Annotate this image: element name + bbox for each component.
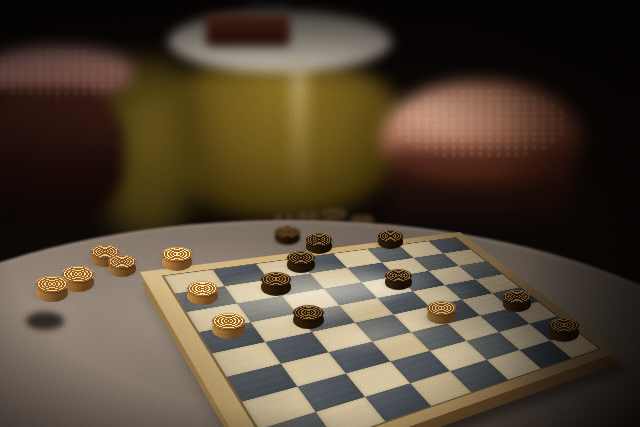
piece-shadow — [30, 287, 72, 301]
checker-piece-dark: ⛂ — [296, 211, 320, 230]
board-cell — [411, 323, 466, 350]
board-cell — [312, 323, 372, 352]
rear-table-top — [168, 10, 392, 72]
board-cell — [396, 271, 444, 291]
board-cell — [269, 273, 324, 296]
piece-top-rings — [287, 251, 315, 264]
board-cell — [333, 249, 381, 267]
board-cell — [237, 296, 297, 322]
piece-shadow — [282, 260, 319, 273]
board-cell — [339, 298, 394, 323]
board-cell — [377, 291, 429, 314]
board-shading-overlay — [140, 232, 618, 427]
board-shadow — [150, 250, 628, 427]
piece-side — [187, 287, 218, 306]
piece-shadow — [421, 311, 459, 324]
board-cell — [458, 261, 502, 279]
piece-shadow — [498, 299, 535, 312]
board-cell — [519, 341, 571, 369]
piece-shadow — [346, 222, 378, 233]
board-cell — [466, 332, 519, 360]
rear-table-base — [150, 58, 405, 218]
board-cell — [399, 241, 443, 257]
board-highlight-overlay — [140, 232, 618, 427]
light-streak — [290, 62, 308, 197]
board-cell — [355, 314, 411, 341]
piece-side — [91, 250, 119, 267]
piece-top-rings — [187, 281, 218, 296]
piece-shadow — [287, 315, 328, 329]
board-edge-thickness — [141, 243, 619, 427]
piece-shadow — [544, 328, 584, 341]
board-cell — [242, 387, 315, 427]
board-cell — [462, 293, 510, 315]
foreground-round-table — [0, 220, 640, 427]
board-cell: ⛀ — [175, 286, 237, 312]
board-cell — [475, 274, 520, 293]
film-grain-overlay — [0, 0, 640, 427]
piece-shadow — [301, 242, 335, 254]
piece-top-rings — [36, 276, 68, 291]
piece-top-rings — [350, 215, 374, 227]
checker-piece-light: ⛀ — [91, 245, 119, 267]
checker-piece-dark: ⛂ — [378, 230, 403, 250]
board-cell — [394, 307, 447, 332]
piece-side — [427, 307, 456, 325]
piece-shadow — [316, 217, 350, 229]
checker-piece-light: ⛀ — [108, 255, 136, 277]
board-cell — [390, 351, 450, 383]
piece-top-rings — [274, 214, 294, 224]
board-cell — [297, 374, 365, 412]
checker-piece-dark: ⛂ — [293, 305, 324, 330]
piece-shadow — [380, 278, 416, 290]
checker-piece-dark: ⛂ — [306, 233, 332, 254]
checker-piece-dark: ⛂ — [503, 290, 531, 312]
piece-top-rings — [108, 255, 136, 268]
board-grid: ⛀⛂⛂⛂⛀⛂⛀⛂⛂⛀⛂⛂ — [164, 238, 599, 427]
board-wear-texture — [164, 238, 599, 427]
piece-side — [350, 219, 374, 234]
piece-top-rings — [385, 269, 412, 282]
board-cell — [447, 315, 499, 341]
background-blue-glow — [246, 0, 288, 18]
piece-top-rings — [212, 313, 245, 329]
piece-side — [162, 253, 192, 271]
piece-shadow — [292, 218, 324, 229]
board-cell — [212, 264, 268, 286]
vignette-overlay — [0, 0, 640, 427]
table-shadow-smudge — [26, 312, 64, 330]
board-cell — [250, 313, 312, 342]
piece-shadow — [181, 291, 222, 305]
board-cell: ⛂ — [256, 259, 309, 280]
board-cell — [199, 322, 265, 353]
board-cell — [372, 332, 430, 362]
piece-top-rings — [91, 245, 119, 258]
piece-top-rings — [503, 290, 531, 303]
piece-shadow — [86, 254, 123, 267]
board-cell: ⛂ — [492, 287, 538, 308]
checker-piece-dark: ⛂ — [350, 215, 374, 234]
checker-piece-light: ⛀ — [187, 281, 218, 306]
checker-piece-light: ⛀ — [36, 276, 68, 302]
piece-side — [212, 319, 245, 339]
gold-ambient-patch — [92, 55, 202, 240]
piece-shadow — [56, 277, 98, 291]
lounge-photo-scene: ⛀⛂⛂⛂⛀⛂⛀⛂⛂⛀⛂⛂ ⛂⛂⛂⛂⛂⛂⛂⛀⛀⛂⛀⛀⛂⛂⛀⛀⛂⛀⛂⛀⛂ — [0, 0, 640, 427]
table-light-hotspot — [95, 238, 375, 373]
board-cell — [430, 341, 486, 371]
piece-top-rings — [162, 247, 192, 261]
left-pouf — [0, 46, 134, 98]
board-cell — [296, 305, 354, 332]
board-cell: ⛂ — [296, 254, 347, 273]
piece-top-rings — [321, 208, 347, 220]
checker-piece-dark: ⛂ — [274, 214, 294, 230]
board-cell: ⛂ — [224, 279, 282, 303]
board-cell — [550, 332, 599, 358]
left-pouf-shadow — [0, 88, 124, 218]
board-cell — [226, 364, 296, 402]
checker-piece-dark: ⛂ — [549, 318, 579, 342]
board-cell — [365, 383, 431, 422]
piece-side — [503, 295, 531, 312]
checker-piece-light: ⛀ — [212, 313, 245, 339]
board-cell — [443, 249, 486, 266]
piece-top-rings — [549, 318, 579, 332]
red-box-on-rear-table — [206, 14, 290, 46]
board-cell — [328, 342, 390, 374]
piece-shadow — [270, 220, 296, 229]
board-cell — [346, 362, 410, 397]
board-cell — [410, 371, 472, 406]
piece-shadow — [157, 257, 197, 270]
board-cell — [412, 285, 461, 307]
board-cell: ⛂ — [282, 289, 338, 314]
board-cell: ⛀ — [164, 270, 224, 294]
piece-side — [108, 260, 136, 277]
left-pouf-knit-texture — [0, 48, 122, 100]
right-pouf-knit-texture — [395, 88, 570, 160]
board-cell: ⛂ — [529, 316, 577, 340]
piece-top-rings — [306, 233, 332, 245]
piece-side — [385, 274, 412, 290]
board-cell — [259, 412, 335, 427]
piece-side — [261, 278, 291, 296]
piece-side — [296, 215, 320, 230]
checker-piece-light: ⛀ — [427, 301, 456, 324]
board-cell — [510, 301, 557, 323]
right-pouf — [380, 80, 585, 180]
checker-piece-dark: ⛂ — [287, 251, 315, 273]
board-cell — [486, 350, 541, 380]
board-cell: ⛂ — [362, 276, 413, 297]
checker-piece-light: ⛀ — [162, 247, 192, 271]
board-cell — [429, 266, 475, 285]
piece-shadow — [373, 238, 406, 249]
piece-side — [36, 283, 68, 302]
piece-shadow — [256, 282, 296, 295]
piece-side — [549, 324, 579, 342]
piece-top-rings — [261, 272, 291, 286]
checker-piece-dark: ⛂ — [275, 226, 300, 246]
piece-side — [321, 213, 347, 229]
board-cell: ⛂ — [367, 245, 413, 262]
piece-top-rings — [275, 226, 300, 238]
board-cell — [280, 352, 346, 387]
board-cell — [450, 360, 508, 393]
board-cell — [309, 268, 361, 289]
piece-side — [306, 238, 332, 254]
board-cell — [324, 282, 377, 305]
board-cell — [445, 279, 492, 300]
board-cell — [381, 258, 428, 277]
board-cell — [265, 332, 329, 364]
piece-top-rings — [427, 301, 456, 315]
board-cell: ⛀ — [186, 303, 250, 331]
board-cell — [428, 238, 470, 254]
board-cell — [212, 342, 280, 376]
piece-top-rings — [378, 230, 403, 242]
piece-side — [378, 234, 403, 249]
piece-side — [274, 218, 294, 230]
board-cell — [413, 253, 458, 271]
checker-piece-dark: ⛂ — [385, 269, 412, 291]
piece-top-rings — [62, 266, 94, 281]
checker-piece-dark: ⛂ — [261, 272, 291, 296]
board-cell — [499, 324, 550, 350]
piece-side — [275, 230, 300, 245]
piece-shadow — [206, 324, 250, 339]
piece-top-rings — [293, 305, 324, 320]
right-pouf-shadow — [390, 150, 575, 240]
checkers-board: ⛀⛂⛂⛂⛀⛂⛀⛂⛂⛀⛂⛂ — [140, 232, 618, 427]
piece-shadow — [103, 264, 140, 277]
piece-side — [287, 256, 315, 273]
piece-shadow — [270, 234, 303, 245]
piece-top-rings — [296, 211, 320, 223]
board-cell — [480, 308, 529, 332]
checker-piece-dark: ⛂ — [321, 208, 347, 229]
board-cell — [315, 397, 385, 427]
piece-side — [293, 311, 324, 330]
piece-side — [62, 273, 94, 292]
checker-piece-light: ⛀ — [62, 266, 94, 292]
board-cell: ⛀ — [429, 300, 480, 324]
board-cell — [347, 262, 396, 282]
